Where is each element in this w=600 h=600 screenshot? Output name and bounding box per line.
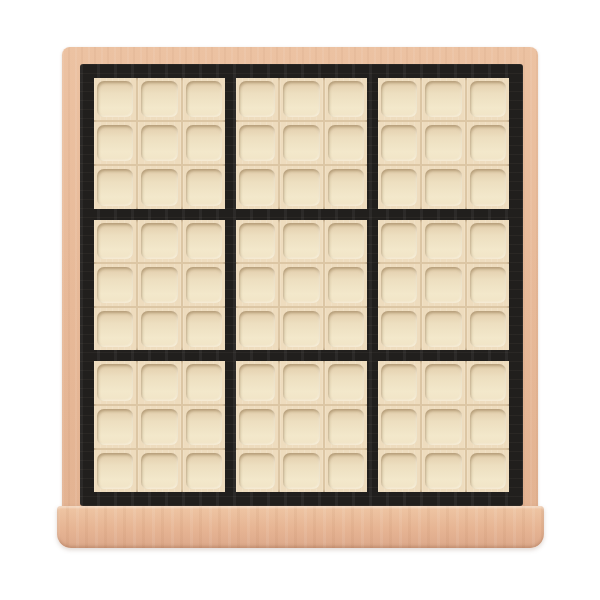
tile-pocket [186,169,222,205]
tile-pocket [328,223,364,259]
cell-r9c8[interactable] [422,450,464,492]
cell-r5c8[interactable] [422,264,464,306]
tile-pocket [141,81,177,117]
tile-pocket [328,81,364,117]
cell-r2c7[interactable] [378,122,420,164]
cell-r9c3[interactable] [183,450,225,492]
cell-r3c5[interactable] [280,166,322,208]
tile-pocket [470,453,506,489]
tile-pocket [283,364,319,400]
tile-pocket [470,409,506,445]
cell-r1c4[interactable] [236,78,278,120]
cell-r2c9[interactable] [467,122,509,164]
tile-pocket [283,267,319,303]
tile-pocket [381,125,417,161]
cell-r1c8[interactable] [422,78,464,120]
tile-pocket [186,267,222,303]
tile-pocket [425,267,461,303]
cell-r2c1[interactable] [94,122,136,164]
sudoku-grid [94,78,509,492]
cell-r6c5[interactable] [280,308,322,350]
tile-pocket [239,81,275,117]
cell-r7c2[interactable] [138,361,180,403]
cell-r2c5[interactable] [280,122,322,164]
cell-r6c9[interactable] [467,308,509,350]
cell-r5c3[interactable] [183,264,225,306]
tile-pocket [239,364,275,400]
cell-r5c6[interactable] [325,264,367,306]
cell-r6c6[interactable] [325,308,367,350]
cell-r4c7[interactable] [378,220,420,262]
tile-pocket [186,409,222,445]
cell-r5c4[interactable] [236,264,278,306]
tile-pocket [470,125,506,161]
tile-pocket [328,125,364,161]
tile-pocket [97,169,133,205]
tile-pocket [97,311,133,347]
cell-r2c4[interactable] [236,122,278,164]
cell-r2c2[interactable] [138,122,180,164]
cell-r4c2[interactable] [138,220,180,262]
tile-pocket [283,81,319,117]
tile-pocket [425,409,461,445]
box-r2c2 [236,220,367,351]
cell-r9c9[interactable] [467,450,509,492]
cell-r6c8[interactable] [422,308,464,350]
tile-pocket [239,453,275,489]
tile-pocket [97,81,133,117]
cell-r7c5[interactable] [280,361,322,403]
tile-pocket [186,125,222,161]
cell-r6c2[interactable] [138,308,180,350]
box-r2c3 [378,220,509,351]
cell-r5c1[interactable] [94,264,136,306]
tile-pocket [425,169,461,205]
tile-pocket [141,453,177,489]
tile-pocket [239,311,275,347]
tile-pocket [283,409,319,445]
tile-pocket [186,364,222,400]
cell-r1c3[interactable] [183,78,225,120]
tile-pocket [381,311,417,347]
tile-pocket [141,125,177,161]
cell-r3c9[interactable] [467,166,509,208]
tile-pocket [381,409,417,445]
box-r1c2 [236,78,367,209]
tile-pocket [186,223,222,259]
tile-pocket [328,169,364,205]
tile-pocket [328,453,364,489]
cell-r3c4[interactable] [236,166,278,208]
cell-r5c5[interactable] [280,264,322,306]
cell-r4c4[interactable] [236,220,278,262]
tile-pocket [381,81,417,117]
cell-r9c6[interactable] [325,450,367,492]
cell-r6c4[interactable] [236,308,278,350]
box-r1c1 [94,78,225,209]
tile-pocket [141,364,177,400]
cell-r6c7[interactable] [378,308,420,350]
product-photo-background [0,0,600,600]
tile-pocket [328,311,364,347]
tile-pocket [141,311,177,347]
cell-r4c1[interactable] [94,220,136,262]
cell-r4c6[interactable] [325,220,367,262]
tile-pocket [97,409,133,445]
cell-r3c2[interactable] [138,166,180,208]
tile-rail [57,506,544,548]
tile-pocket [425,125,461,161]
cell-r9c2[interactable] [138,450,180,492]
cell-r2c8[interactable] [422,122,464,164]
tile-pocket [186,81,222,117]
cell-r8c7[interactable] [378,406,420,448]
tile-pocket [141,169,177,205]
tile-pocket [283,169,319,205]
cell-r3c7[interactable] [378,166,420,208]
cell-r7c9[interactable] [467,361,509,403]
tile-pocket [97,223,133,259]
tile-pocket [470,81,506,117]
cell-r3c6[interactable] [325,166,367,208]
tile-pocket [141,223,177,259]
cell-r1c9[interactable] [467,78,509,120]
tile-pocket [470,364,506,400]
cell-r2c3[interactable] [183,122,225,164]
cell-r5c2[interactable] [138,264,180,306]
tile-pocket [425,223,461,259]
tile-pocket [97,125,133,161]
tile-pocket [381,364,417,400]
tile-pocket [283,453,319,489]
cell-r1c5[interactable] [280,78,322,120]
cell-r7c8[interactable] [422,361,464,403]
cell-r4c8[interactable] [422,220,464,262]
tile-pocket [141,267,177,303]
cell-r9c4[interactable] [236,450,278,492]
tile-pocket [283,311,319,347]
cell-r5c7[interactable] [378,264,420,306]
tile-pocket [97,364,133,400]
tile-pocket [425,311,461,347]
cell-r8c3[interactable] [183,406,225,448]
cell-r4c9[interactable] [467,220,509,262]
tile-pocket [239,409,275,445]
tile-pocket [425,453,461,489]
cell-r8c8[interactable] [422,406,464,448]
cell-r3c1[interactable] [94,166,136,208]
cell-r5c9[interactable] [467,264,509,306]
tile-pocket [328,267,364,303]
tile-pocket [239,169,275,205]
tile-pocket [381,169,417,205]
cell-r2c6[interactable] [325,122,367,164]
tile-pocket [470,311,506,347]
cell-r8c5[interactable] [280,406,322,448]
tile-pocket [239,125,275,161]
black-grid-border [80,64,523,506]
tile-pocket [381,223,417,259]
box-r1c3 [378,78,509,209]
box-r3c2 [236,361,367,492]
tile-pocket [97,267,133,303]
tile-pocket [381,267,417,303]
box-r3c1 [94,361,225,492]
cell-r9c5[interactable] [280,450,322,492]
cell-r4c3[interactable] [183,220,225,262]
cell-r8c1[interactable] [94,406,136,448]
tile-pocket [328,409,364,445]
tile-pocket [97,453,133,489]
cell-r7c3[interactable] [183,361,225,403]
tile-pocket [328,364,364,400]
tile-pocket [470,267,506,303]
tile-pocket [141,409,177,445]
cell-r6c3[interactable] [183,308,225,350]
tile-pocket [283,125,319,161]
cell-r9c1[interactable] [94,450,136,492]
cell-r7c1[interactable] [94,361,136,403]
cell-r1c2[interactable] [138,78,180,120]
cell-r3c3[interactable] [183,166,225,208]
cell-r1c1[interactable] [94,78,136,120]
tile-pocket [186,453,222,489]
cell-r4c5[interactable] [280,220,322,262]
cell-r7c6[interactable] [325,361,367,403]
box-r3c3 [378,361,509,492]
tile-pocket [470,223,506,259]
cell-r3c8[interactable] [422,166,464,208]
tile-pocket [186,311,222,347]
cell-r8c4[interactable] [236,406,278,448]
tile-pocket [239,223,275,259]
cell-r1c7[interactable] [378,78,420,120]
cell-r8c6[interactable] [325,406,367,448]
cell-r7c7[interactable] [378,361,420,403]
box-r2c1 [94,220,225,351]
cell-r8c9[interactable] [467,406,509,448]
cell-r6c1[interactable] [94,308,136,350]
tile-pocket [425,364,461,400]
tile-pocket [381,453,417,489]
cell-r1c6[interactable] [325,78,367,120]
tile-pocket [283,223,319,259]
cell-r9c7[interactable] [378,450,420,492]
tile-pocket [239,267,275,303]
cell-r8c2[interactable] [138,406,180,448]
tile-pocket [425,81,461,117]
sudoku-board-frame [62,47,538,509]
cell-r7c4[interactable] [236,361,278,403]
tile-pocket [470,169,506,205]
